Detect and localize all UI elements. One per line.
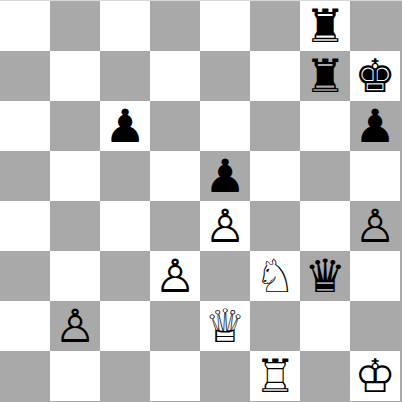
square-f5[interactable]	[250, 151, 300, 201]
square-c4[interactable]	[100, 201, 150, 251]
piece-black-king[interactable]: ♚	[354, 51, 395, 101]
chess-board-frame: ♜♜♚♟♟♟♙♙♙♘♛♙♕♖♔	[0, 0, 402, 402]
square-h2[interactable]	[350, 301, 400, 351]
square-h6[interactable]: ♟	[350, 101, 400, 151]
square-b1[interactable]	[50, 351, 100, 401]
square-e5[interactable]: ♟	[200, 151, 250, 201]
square-f4[interactable]	[250, 201, 300, 251]
piece-black-queen[interactable]: ♛	[304, 251, 345, 301]
square-c7[interactable]	[100, 51, 150, 101]
square-b3[interactable]	[50, 251, 100, 301]
square-a2[interactable]	[0, 301, 50, 351]
square-f8[interactable]	[250, 1, 300, 51]
square-c1[interactable]	[100, 351, 150, 401]
square-a3[interactable]	[0, 251, 50, 301]
square-c6[interactable]: ♟	[100, 101, 150, 151]
square-e6[interactable]	[200, 101, 250, 151]
square-e4[interactable]: ♙	[200, 201, 250, 251]
square-a8[interactable]	[0, 1, 50, 51]
square-g1[interactable]	[300, 351, 350, 401]
piece-black-pawn[interactable]: ♟	[354, 101, 395, 151]
square-h8[interactable]	[350, 1, 400, 51]
piece-white-rook[interactable]: ♖	[254, 351, 295, 401]
square-e3[interactable]	[200, 251, 250, 301]
piece-black-pawn[interactable]: ♟	[104, 101, 145, 151]
piece-black-pawn[interactable]: ♟	[204, 151, 245, 201]
square-d7[interactable]	[150, 51, 200, 101]
square-a7[interactable]	[0, 51, 50, 101]
piece-black-rook[interactable]: ♜	[304, 1, 345, 51]
square-a4[interactable]	[0, 201, 50, 251]
square-b5[interactable]	[50, 151, 100, 201]
square-h5[interactable]	[350, 151, 400, 201]
piece-white-pawn[interactable]: ♙	[54, 301, 95, 351]
square-e7[interactable]	[200, 51, 250, 101]
square-f6[interactable]	[250, 101, 300, 151]
square-f7[interactable]	[250, 51, 300, 101]
square-f2[interactable]	[250, 301, 300, 351]
square-e1[interactable]	[200, 351, 250, 401]
square-h4[interactable]: ♙	[350, 201, 400, 251]
piece-white-pawn[interactable]: ♙	[204, 201, 245, 251]
square-e2[interactable]: ♕	[200, 301, 250, 351]
square-g4[interactable]	[300, 201, 350, 251]
chess-board: ♜♜♚♟♟♟♙♙♙♘♛♙♕♖♔	[0, 1, 400, 401]
piece-white-queen[interactable]: ♕	[204, 301, 245, 351]
square-b6[interactable]	[50, 101, 100, 151]
square-g5[interactable]	[300, 151, 350, 201]
square-e8[interactable]	[200, 1, 250, 51]
square-h1[interactable]: ♔	[350, 351, 400, 401]
square-a1[interactable]	[0, 351, 50, 401]
square-c3[interactable]	[100, 251, 150, 301]
square-c8[interactable]	[100, 1, 150, 51]
square-d1[interactable]	[150, 351, 200, 401]
square-d8[interactable]	[150, 1, 200, 51]
piece-white-pawn[interactable]: ♙	[354, 201, 395, 251]
square-a6[interactable]	[0, 101, 50, 151]
square-d3[interactable]: ♙	[150, 251, 200, 301]
square-b2[interactable]: ♙	[50, 301, 100, 351]
piece-white-king[interactable]: ♔	[354, 351, 395, 401]
square-c2[interactable]	[100, 301, 150, 351]
square-a5[interactable]	[0, 151, 50, 201]
square-g8[interactable]: ♜	[300, 1, 350, 51]
piece-white-pawn[interactable]: ♙	[154, 251, 195, 301]
square-b7[interactable]	[50, 51, 100, 101]
piece-white-knight[interactable]: ♘	[254, 251, 295, 301]
square-g7[interactable]: ♜	[300, 51, 350, 101]
square-d2[interactable]	[150, 301, 200, 351]
square-g2[interactable]	[300, 301, 350, 351]
square-h7[interactable]: ♚	[350, 51, 400, 101]
square-c5[interactable]	[100, 151, 150, 201]
square-f3[interactable]: ♘	[250, 251, 300, 301]
square-b4[interactable]	[50, 201, 100, 251]
square-h3[interactable]	[350, 251, 400, 301]
square-d5[interactable]	[150, 151, 200, 201]
square-d6[interactable]	[150, 101, 200, 151]
square-g6[interactable]	[300, 101, 350, 151]
square-f1[interactable]: ♖	[250, 351, 300, 401]
square-g3[interactable]: ♛	[300, 251, 350, 301]
square-d4[interactable]	[150, 201, 200, 251]
piece-black-rook[interactable]: ♜	[304, 51, 345, 101]
square-b8[interactable]	[50, 1, 100, 51]
